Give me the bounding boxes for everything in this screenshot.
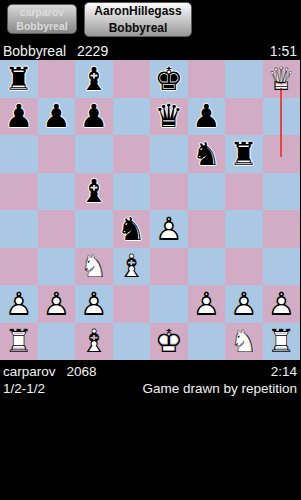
top-player-rating: 2229 [77, 43, 108, 59]
square-e4[interactable]: ♟♙ [150, 210, 188, 248]
black-queen[interactable]: ♛ [150, 98, 188, 136]
square-c7[interactable]: ♟ [75, 98, 113, 136]
game-tabs: carparov Bobbyreal AaronHillegass Bobbyr… [0, 0, 300, 42]
square-a3[interactable] [0, 248, 38, 286]
square-h5[interactable] [263, 173, 301, 211]
square-f5[interactable] [188, 173, 226, 211]
square-b8[interactable] [38, 60, 76, 98]
black-king[interactable]: ♚ [150, 60, 188, 98]
white-knight[interactable]: ♞♘ [225, 323, 263, 361]
square-b3[interactable] [38, 248, 76, 286]
square-a5[interactable] [0, 173, 38, 211]
square-d8[interactable] [113, 60, 151, 98]
square-f1[interactable] [188, 323, 226, 361]
square-b1[interactable] [38, 323, 76, 361]
square-a6[interactable] [0, 135, 38, 173]
black-knight[interactable]: ♞ [188, 135, 226, 173]
square-g6[interactable]: ♜ [225, 135, 263, 173]
tab-player-name: Bobbyreal [109, 20, 168, 36]
black-rook[interactable]: ♜ [225, 135, 263, 173]
square-d6[interactable] [113, 135, 151, 173]
top-player-bar: Bobbyreal 2229 1:51 [0, 42, 300, 60]
square-c1[interactable]: ♝♗ [75, 323, 113, 361]
square-f3[interactable] [188, 248, 226, 286]
square-g2[interactable]: ♟♙ [225, 285, 263, 323]
black-bishop[interactable]: ♝ [75, 173, 113, 211]
black-knight[interactable]: ♞ [113, 210, 151, 248]
top-player-name: Bobbyreal [3, 43, 66, 59]
white-pawn[interactable]: ♟♙ [188, 285, 226, 323]
square-e7[interactable]: ♛ [150, 98, 188, 136]
square-e6[interactable] [150, 135, 188, 173]
bottom-player-rating: 2068 [67, 364, 97, 379]
square-h2[interactable]: ♟♙ [263, 285, 301, 323]
chess-board[interactable]: ♜♝♚♛♕♟♟♟♛♟♞♜♝♞♟♙♞♘♝♗♟♙♟♙♟♙♟♙♟♙♟♙♜♖♝♗♚♔♞♘… [0, 60, 300, 360]
square-h8[interactable]: ♛♕ [263, 60, 301, 98]
square-h4[interactable] [263, 210, 301, 248]
square-c8[interactable]: ♝ [75, 60, 113, 98]
square-a7[interactable]: ♟ [0, 98, 38, 136]
square-a4[interactable] [0, 210, 38, 248]
white-pawn[interactable]: ♟♙ [150, 210, 188, 248]
square-b4[interactable] [38, 210, 76, 248]
square-b2[interactable]: ♟♙ [38, 285, 76, 323]
square-e1[interactable]: ♚♔ [150, 323, 188, 361]
square-f7[interactable]: ♟ [188, 98, 226, 136]
square-g4[interactable] [225, 210, 263, 248]
white-pawn[interactable]: ♟♙ [75, 285, 113, 323]
square-f4[interactable] [188, 210, 226, 248]
black-rook[interactable]: ♜ [0, 60, 38, 98]
tab-opponent-name: carparov [20, 5, 64, 19]
square-c5[interactable]: ♝ [75, 173, 113, 211]
black-pawn[interactable]: ♟ [188, 98, 226, 136]
white-rook[interactable]: ♜♖ [0, 323, 38, 361]
black-bishop[interactable]: ♝ [75, 60, 113, 98]
square-c3[interactable]: ♞♘ [75, 248, 113, 286]
bottom-player-bar: carparov 2068 2:14 [0, 363, 300, 380]
square-c6[interactable] [75, 135, 113, 173]
bottom-player-clock: 2:14 [271, 364, 297, 379]
white-pawn[interactable]: ♟♙ [0, 285, 38, 323]
black-pawn[interactable]: ♟ [38, 98, 76, 136]
white-knight[interactable]: ♞♘ [75, 248, 113, 286]
square-a8[interactable]: ♜ [0, 60, 38, 98]
square-d5[interactable] [113, 173, 151, 211]
white-pawn[interactable]: ♟♙ [38, 285, 76, 323]
square-d3[interactable]: ♝♗ [113, 248, 151, 286]
square-f2[interactable]: ♟♙ [188, 285, 226, 323]
square-d4[interactable]: ♞ [113, 210, 151, 248]
square-h3[interactable] [263, 248, 301, 286]
square-b6[interactable] [38, 135, 76, 173]
square-d7[interactable] [113, 98, 151, 136]
square-d2[interactable] [113, 285, 151, 323]
square-g5[interactable] [225, 173, 263, 211]
tab-game-aaronhillegass[interactable]: AaronHillegass Bobbyreal [84, 2, 192, 37]
square-g1[interactable]: ♞♘ [225, 323, 263, 361]
top-player-clock: 1:51 [270, 43, 297, 59]
game-result: 1/2-1/2 [3, 381, 45, 396]
white-queen[interactable]: ♛♕ [263, 60, 301, 98]
square-g8[interactable] [225, 60, 263, 98]
white-pawn[interactable]: ♟♙ [263, 285, 301, 323]
white-bishop[interactable]: ♝♗ [113, 248, 151, 286]
square-g7[interactable] [225, 98, 263, 136]
white-rook[interactable]: ♜♖ [263, 323, 301, 361]
game-termination-message: Game drawn by repetition [142, 381, 297, 396]
square-g3[interactable] [225, 248, 263, 286]
chess-app-screen: carparov Bobbyreal AaronHillegass Bobbyr… [0, 0, 300, 500]
bottom-player-name: carparov [3, 364, 56, 379]
square-b5[interactable] [38, 173, 76, 211]
tab-player-name: Bobbyreal [16, 19, 67, 33]
square-h1[interactable]: ♜♖ [263, 323, 301, 361]
white-king[interactable]: ♚♔ [150, 323, 188, 361]
white-pawn[interactable]: ♟♙ [225, 285, 263, 323]
square-c4[interactable] [75, 210, 113, 248]
square-c2[interactable]: ♟♙ [75, 285, 113, 323]
square-b7[interactable]: ♟ [38, 98, 76, 136]
black-pawn[interactable]: ♟ [0, 98, 38, 136]
square-e8[interactable]: ♚ [150, 60, 188, 98]
tab-game-carparov[interactable]: carparov Bobbyreal [7, 4, 77, 34]
square-f6[interactable]: ♞ [188, 135, 226, 173]
square-e5[interactable] [150, 173, 188, 211]
tab-opponent-name: AaronHillegass [94, 3, 181, 19]
square-e2[interactable] [150, 285, 188, 323]
square-e3[interactable] [150, 248, 188, 286]
square-a1[interactable]: ♜♖ [0, 323, 38, 361]
white-bishop[interactable]: ♝♗ [75, 323, 113, 361]
square-d1[interactable] [113, 323, 151, 361]
black-pawn[interactable]: ♟ [75, 98, 113, 136]
square-a2[interactable]: ♟♙ [0, 285, 38, 323]
square-f8[interactable] [188, 60, 226, 98]
status-bar: 1/2-1/2 Game drawn by repetition [0, 380, 300, 397]
